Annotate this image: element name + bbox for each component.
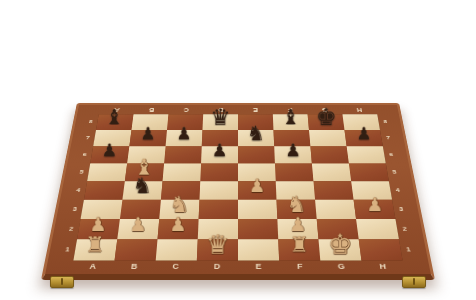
square-e2[interactable]: [238, 219, 278, 239]
piece-white-king-g1[interactable]: ♚: [320, 230, 361, 255]
piece-black-pawn-b7[interactable]: ♟: [130, 121, 166, 143]
square-h2[interactable]: [356, 219, 399, 239]
square-g3[interactable]: [315, 200, 356, 219]
square-e6[interactable]: [238, 146, 275, 163]
square-d4[interactable]: [199, 181, 238, 200]
rank-label-right-8: 8: [382, 114, 389, 130]
board-frame-inner: ABCDEFGH 87654321 ♝♛♝♚♟♟♞♟♟♟♟♝♞♟♞♞♟♟♟♟♟♜…: [55, 106, 420, 272]
file-label-top-e: E: [238, 106, 273, 114]
file-label-top-a: A: [99, 106, 135, 114]
photo-scene: ABCDEFGH 87654321 ♝♛♝♚♟♟♞♟♟♟♟♝♞♟♞♞♟♟♟♟♟♜…: [0, 0, 476, 300]
rank-label-left-5: 5: [78, 163, 85, 181]
piece-black-knight-e7[interactable]: ♞: [238, 121, 274, 143]
piece-black-knight-b4[interactable]: ♞: [123, 172, 161, 196]
piece-black-pawn-d6[interactable]: ♟: [201, 137, 238, 160]
piece-black-pawn-h7[interactable]: ♟: [346, 121, 382, 143]
square-e4[interactable]: ♟: [238, 181, 277, 200]
rank-label-left-6: 6: [81, 146, 88, 163]
square-c5[interactable]: [163, 163, 201, 181]
rank-label-left-4: 4: [75, 181, 82, 200]
square-c1[interactable]: [156, 239, 198, 260]
file-labels-top: ABCDEFGH: [99, 106, 378, 114]
square-b1[interactable]: [115, 239, 158, 260]
square-f8[interactable]: ♝: [273, 114, 309, 130]
file-label-top-c: C: [168, 106, 203, 114]
chessboard: ABCDEFGH 87654321 ♝♛♝♚♟♟♞♟♟♟♟♝♞♟♞♞♟♟♟♟♟♜…: [41, 103, 435, 280]
square-e1[interactable]: [238, 239, 279, 260]
square-c2[interactable]: ♟: [158, 219, 199, 239]
square-a1[interactable]: ♜: [73, 239, 117, 260]
rank-label-left-7: 7: [84, 130, 91, 146]
rank-label-right-1: 1: [404, 239, 412, 260]
square-e7[interactable]: ♞: [238, 130, 274, 146]
piece-white-pawn-c2[interactable]: ♟: [158, 210, 198, 235]
file-label-bottom-h: H: [361, 260, 404, 272]
square-d3[interactable]: [199, 200, 238, 219]
piece-white-rook-a1[interactable]: ♜: [74, 230, 115, 255]
square-g8[interactable]: ♚: [308, 114, 345, 130]
square-g1[interactable]: ♚: [318, 239, 361, 260]
square-b7[interactable]: ♟: [129, 130, 167, 146]
piece-white-queen-d1[interactable]: ♛: [197, 230, 238, 255]
file-label-bottom-a: A: [71, 260, 114, 272]
square-f6[interactable]: ♟: [274, 146, 312, 163]
file-label-top-b: B: [134, 106, 170, 114]
file-label-bottom-c: C: [155, 260, 197, 272]
piece-black-pawn-a6[interactable]: ♟: [91, 137, 128, 160]
piece-white-pawn-b2[interactable]: ♟: [118, 210, 158, 235]
square-f5[interactable]: [275, 163, 313, 181]
piece-black-pawn-c7[interactable]: ♟: [166, 121, 202, 143]
square-b4[interactable]: ♞: [122, 181, 162, 200]
square-g5[interactable]: [312, 163, 351, 181]
square-d1[interactable]: ♛: [197, 239, 238, 260]
brass-hinge-left: [50, 276, 74, 288]
piece-black-pawn-f6[interactable]: ♟: [275, 137, 312, 160]
file-label-top-d: D: [203, 106, 238, 114]
square-c6[interactable]: [164, 146, 202, 163]
square-d5[interactable]: [200, 163, 238, 181]
rank-label-right-5: 5: [391, 163, 398, 181]
square-b2[interactable]: ♟: [117, 219, 159, 239]
square-h1[interactable]: [359, 239, 403, 260]
board-frame: ABCDEFGH 87654321 ♝♛♝♚♟♟♞♟♟♟♟♝♞♟♞♞♟♟♟♟♟♜…: [41, 103, 435, 280]
brass-hinge-right: [402, 276, 426, 288]
piece-white-rook-f1[interactable]: ♜: [279, 230, 320, 255]
rank-label-right-2: 2: [401, 219, 409, 239]
square-a8[interactable]: ♝: [96, 114, 134, 130]
square-h3[interactable]: ♟: [354, 200, 396, 219]
square-h5[interactable]: [349, 163, 389, 181]
square-g7[interactable]: [309, 130, 347, 146]
square-d8[interactable]: ♛: [202, 114, 238, 130]
square-h6[interactable]: [347, 146, 386, 163]
square-h7[interactable]: ♟: [345, 130, 383, 146]
rank-label-right-3: 3: [397, 200, 405, 219]
file-labels-bottom: ABCDEFGH: [71, 260, 404, 272]
file-label-bottom-b: B: [113, 260, 156, 272]
rank-label-right-7: 7: [385, 130, 392, 146]
file-label-top-g: G: [307, 106, 343, 114]
rank-label-right-6: 6: [388, 146, 395, 163]
square-g4[interactable]: [313, 181, 353, 200]
square-a4[interactable]: [84, 181, 125, 200]
piece-white-pawn-h3[interactable]: ♟: [355, 191, 394, 215]
rank-label-left-8: 8: [87, 114, 94, 130]
rank-label-right-4: 4: [394, 181, 401, 200]
file-label-bottom-f: F: [279, 260, 321, 272]
file-label-bottom-g: G: [320, 260, 363, 272]
square-f1[interactable]: ♜: [278, 239, 320, 260]
file-label-bottom-d: D: [196, 260, 238, 272]
square-a6[interactable]: ♟: [90, 146, 129, 163]
square-e3[interactable]: [238, 200, 277, 219]
file-label-top-f: F: [272, 106, 307, 114]
board-grid: ♝♛♝♚♟♟♞♟♟♟♟♝♞♟♞♞♟♟♟♟♟♜♛♜♚: [73, 114, 402, 260]
square-d6[interactable]: ♟: [201, 146, 238, 163]
rank-label-left-1: 1: [63, 239, 71, 260]
file-label-bottom-e: E: [238, 260, 280, 272]
square-a5[interactable]: [87, 163, 127, 181]
square-g6[interactable]: [310, 146, 348, 163]
piece-white-pawn-e4[interactable]: ♟: [238, 172, 276, 196]
square-c7[interactable]: ♟: [166, 130, 203, 146]
file-label-top-h: H: [341, 106, 377, 114]
